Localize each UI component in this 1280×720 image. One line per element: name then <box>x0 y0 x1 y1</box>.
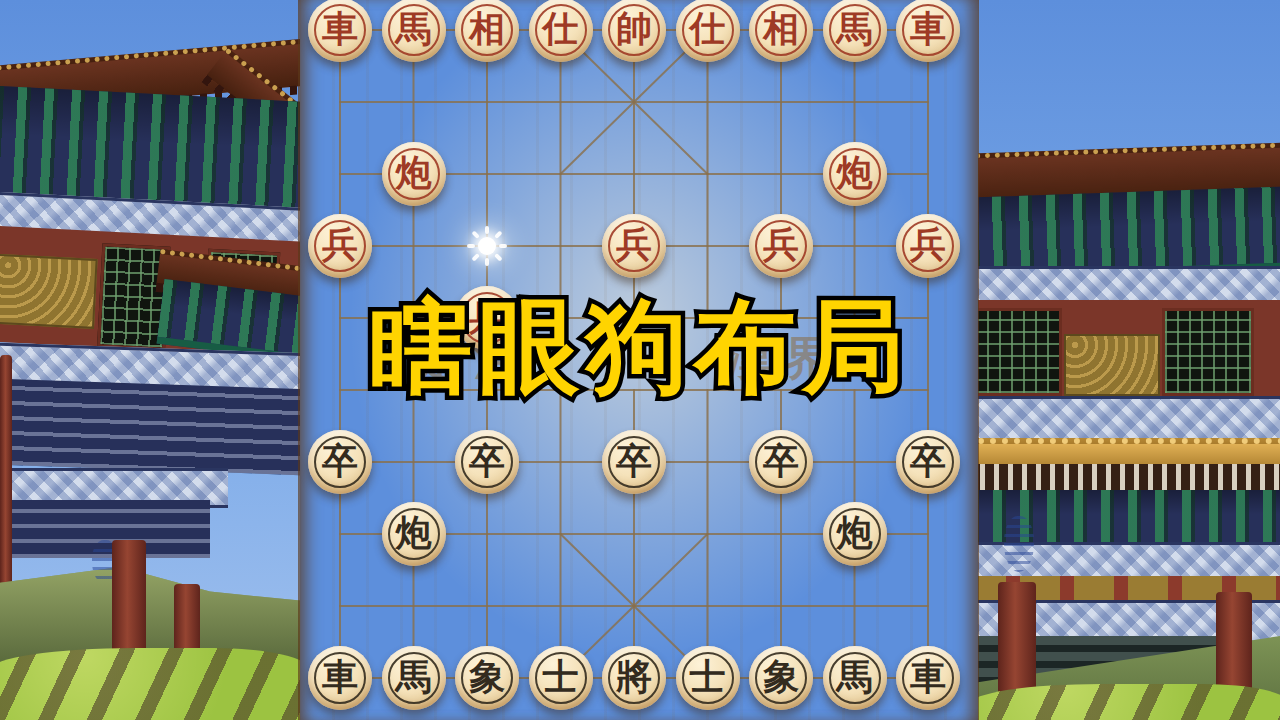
piece-glyph: 象 <box>763 659 799 695</box>
piece-red-cannon[interactable]: 炮 <box>823 142 887 206</box>
piece-glyph: 馬 <box>396 11 432 47</box>
piece-glyph: 兵 <box>616 227 652 263</box>
hedge-right <box>978 684 1280 720</box>
screenshot-root: 楚河 漢界 車馬相仕帥仕相馬車炮炮兵兵兵兵兵卒卒卒卒卒炮炮車馬象士將士象馬車 瞎… <box>0 0 1280 720</box>
piece-glyph: 象 <box>469 659 505 695</box>
piece-red-elephant[interactable]: 相 <box>749 0 813 62</box>
piece-black-soldier[interactable]: 卒 <box>455 430 519 494</box>
piece-glyph: 車 <box>322 11 358 47</box>
glow-ray <box>485 226 489 234</box>
glow-ray <box>494 230 502 238</box>
piece-red-horse[interactable]: 馬 <box>382 0 446 62</box>
last-move-origin-glow <box>465 224 509 268</box>
piece-glyph: 兵 <box>322 227 358 263</box>
piece-red-horse[interactable]: 馬 <box>823 0 887 62</box>
piece-black-soldier[interactable]: 卒 <box>749 430 813 494</box>
piece-black-chariot[interactable]: 車 <box>896 646 960 710</box>
piece-black-chariot[interactable]: 車 <box>308 646 372 710</box>
piece-glyph: 馬 <box>396 659 432 695</box>
piece-glyph: 士 <box>543 659 579 695</box>
piece-red-soldier[interactable]: 兵 <box>749 214 813 278</box>
piece-black-soldier[interactable]: 卒 <box>308 430 372 494</box>
piece-glyph: 炮 <box>837 515 873 551</box>
piece-black-horse[interactable]: 馬 <box>823 646 887 710</box>
piece-red-chariot[interactable]: 車 <box>896 0 960 62</box>
piece-glyph: 帥 <box>616 11 652 47</box>
piece-glyph: 馬 <box>837 659 873 695</box>
piece-red-elephant[interactable]: 相 <box>455 0 519 62</box>
hanging-ornament-right <box>1004 516 1034 572</box>
red-pillar-right-1 <box>998 582 1036 694</box>
piece-glyph: 炮 <box>396 155 432 191</box>
piece-red-soldier[interactable]: 兵 <box>602 214 666 278</box>
piece-glyph: 車 <box>910 659 946 695</box>
piece-glyph: 將 <box>616 659 652 695</box>
piece-red-advisor[interactable]: 仕 <box>529 0 593 62</box>
piece-black-soldier[interactable]: 卒 <box>602 430 666 494</box>
red-pillar-left-1 <box>112 540 146 658</box>
piece-red-advisor[interactable]: 仕 <box>676 0 740 62</box>
glow-ray <box>485 258 489 266</box>
piece-glyph: 炮 <box>837 155 873 191</box>
piece-black-cannon[interactable]: 炮 <box>382 502 446 566</box>
title-overlay: 瞎眼狗布局 <box>0 290 1280 404</box>
piece-red-general[interactable]: 帥 <box>602 0 666 62</box>
piece-glyph: 車 <box>910 11 946 47</box>
piece-glyph: 相 <box>763 11 799 47</box>
piece-glyph: 卒 <box>616 443 652 479</box>
piece-black-advisor[interactable]: 士 <box>529 646 593 710</box>
teeth-band-right <box>978 464 1280 490</box>
piece-glyph: 卒 <box>910 443 946 479</box>
piece-black-soldier[interactable]: 卒 <box>896 430 960 494</box>
piece-glyph: 兵 <box>910 227 946 263</box>
piece-black-elephant[interactable]: 象 <box>749 646 813 710</box>
piece-glyph: 卒 <box>322 443 358 479</box>
piece-glyph: 卒 <box>763 443 799 479</box>
piece-glyph: 相 <box>469 11 505 47</box>
piece-glyph: 士 <box>690 659 726 695</box>
piece-red-soldier[interactable]: 兵 <box>308 214 372 278</box>
piece-glyph: 車 <box>322 659 358 695</box>
piece-glyph: 炮 <box>396 515 432 551</box>
piece-black-horse[interactable]: 馬 <box>382 646 446 710</box>
piece-glyph: 兵 <box>763 227 799 263</box>
piece-glyph: 仕 <box>543 11 579 47</box>
piece-glyph: 馬 <box>837 11 873 47</box>
glow-ray <box>499 244 507 248</box>
glow-ray <box>471 230 479 238</box>
piece-black-general[interactable]: 將 <box>602 646 666 710</box>
glow-ray <box>471 253 479 261</box>
piece-black-advisor[interactable]: 士 <box>676 646 740 710</box>
piece-red-cannon[interactable]: 炮 <box>382 142 446 206</box>
glow-ray <box>467 244 475 248</box>
glow-ray <box>494 253 502 261</box>
piece-red-chariot[interactable]: 車 <box>308 0 372 62</box>
piece-black-elephant[interactable]: 象 <box>455 646 519 710</box>
piece-glyph: 仕 <box>690 11 726 47</box>
piece-glyph: 卒 <box>469 443 505 479</box>
piece-black-cannon[interactable]: 炮 <box>823 502 887 566</box>
piece-red-soldier[interactable]: 兵 <box>896 214 960 278</box>
hedge-left <box>0 648 300 720</box>
glow-core <box>478 237 496 255</box>
